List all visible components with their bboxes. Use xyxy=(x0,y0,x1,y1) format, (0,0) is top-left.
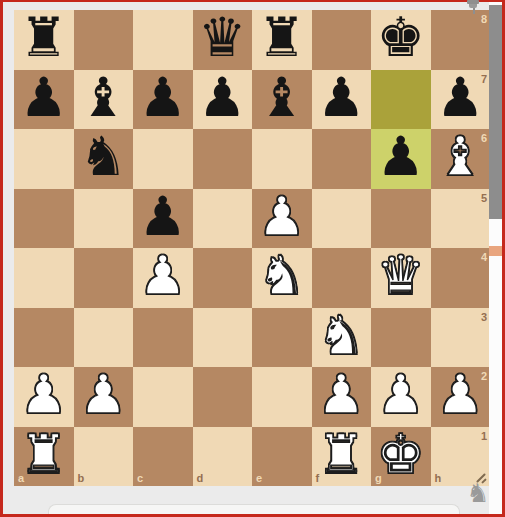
black-knight-b6[interactable]: ♞ xyxy=(79,127,127,187)
square-d5[interactable] xyxy=(193,189,253,249)
square-b6[interactable]: ♞ xyxy=(74,129,134,189)
white-rook-a1[interactable]: ♜ xyxy=(20,425,68,485)
square-c4[interactable]: ♟ xyxy=(133,248,193,308)
square-a6[interactable] xyxy=(14,129,74,189)
white-pawn-g2[interactable]: ♟ xyxy=(377,365,425,425)
file-label-h: h xyxy=(435,472,442,484)
chess-board[interactable]: ♜♛♜♚♟♝♟♟♝♟♟♞♟♝♟♟♟♞♛♞♟♟♟♟♟♜♜♚abcdefgh8765… xyxy=(14,10,490,486)
file-label-e: e xyxy=(256,472,262,484)
square-f8[interactable] xyxy=(312,10,372,70)
black-pawn-c7[interactable]: ♟ xyxy=(139,68,187,128)
white-king-g1[interactable]: ♚ xyxy=(377,425,425,485)
file-label-a: a xyxy=(18,472,24,484)
square-g7[interactable] xyxy=(371,70,431,130)
file-label-c: c xyxy=(137,472,143,484)
square-g5[interactable] xyxy=(371,189,431,249)
rank-label-1: 1 xyxy=(481,430,487,442)
file-label-d: d xyxy=(197,472,204,484)
square-a4[interactable] xyxy=(14,248,74,308)
pushpin-icon[interactable] xyxy=(464,0,482,14)
black-pawn-h7[interactable]: ♟ xyxy=(436,68,484,128)
black-pawn-a7[interactable]: ♟ xyxy=(20,68,68,128)
white-pawn-h2[interactable]: ♟ xyxy=(436,365,484,425)
square-g3[interactable] xyxy=(371,308,431,368)
black-queen-d8[interactable]: ♛ xyxy=(198,8,246,68)
rank-label-3: 3 xyxy=(481,311,487,323)
square-c8[interactable] xyxy=(133,10,193,70)
square-b8[interactable] xyxy=(74,10,134,70)
black-rook-a8[interactable]: ♜ xyxy=(20,8,68,68)
square-c3[interactable] xyxy=(133,308,193,368)
black-rook-e8[interactable]: ♜ xyxy=(258,8,306,68)
square-g6[interactable]: ♟ xyxy=(371,129,431,189)
scrollbar-marker xyxy=(489,246,502,256)
capture-border-left xyxy=(0,0,3,517)
scrollbar-thumb[interactable] xyxy=(489,5,502,219)
square-f4[interactable] xyxy=(312,248,372,308)
rank-label-4: 4 xyxy=(481,251,487,263)
white-rook-f1[interactable]: ♜ xyxy=(317,425,365,485)
capture-border-top xyxy=(0,0,505,2)
black-pawn-f7[interactable]: ♟ xyxy=(317,68,365,128)
file-label-b: b xyxy=(78,472,85,484)
white-queen-g4[interactable]: ♛ xyxy=(377,246,425,306)
white-pawn-a2[interactable]: ♟ xyxy=(20,365,68,425)
square-g4[interactable]: ♛ xyxy=(371,248,431,308)
square-b4[interactable] xyxy=(74,248,134,308)
square-a8[interactable]: ♜ xyxy=(14,10,74,70)
knight-cursor-icon: ♞ xyxy=(462,478,494,508)
square-b7[interactable]: ♝ xyxy=(74,70,134,130)
white-pawn-e5[interactable]: ♟ xyxy=(258,187,306,247)
square-a7[interactable]: ♟ xyxy=(14,70,74,130)
square-e2[interactable] xyxy=(252,367,312,427)
square-f3[interactable]: ♞ xyxy=(312,308,372,368)
square-b3[interactable] xyxy=(74,308,134,368)
square-d8[interactable]: ♛ xyxy=(193,10,253,70)
square-e3[interactable] xyxy=(252,308,312,368)
square-f5[interactable] xyxy=(312,189,372,249)
rank-label-8: 8 xyxy=(481,13,487,25)
black-pawn-g6[interactable]: ♟ xyxy=(377,127,425,187)
square-f2[interactable]: ♟ xyxy=(312,367,372,427)
square-e6[interactable] xyxy=(252,129,312,189)
file-label-f: f xyxy=(316,472,320,484)
square-g8[interactable]: ♚ xyxy=(371,10,431,70)
white-pawn-b2[interactable]: ♟ xyxy=(79,365,127,425)
white-pawn-f2[interactable]: ♟ xyxy=(317,365,365,425)
rank-label-7: 7 xyxy=(481,73,487,85)
square-b5[interactable] xyxy=(74,189,134,249)
black-pawn-c5[interactable]: ♟ xyxy=(139,187,187,247)
square-c5[interactable]: ♟ xyxy=(133,189,193,249)
rank-label-6: 6 xyxy=(481,132,487,144)
square-e7[interactable]: ♝ xyxy=(252,70,312,130)
white-knight-e4[interactable]: ♞ xyxy=(258,246,306,306)
square-c7[interactable]: ♟ xyxy=(133,70,193,130)
square-d6[interactable] xyxy=(193,129,253,189)
white-pawn-c4[interactable]: ♟ xyxy=(139,246,187,306)
rank-label-5: 5 xyxy=(481,192,487,204)
square-a5[interactable] xyxy=(14,189,74,249)
square-e4[interactable]: ♞ xyxy=(252,248,312,308)
black-king-g8[interactable]: ♚ xyxy=(377,8,425,68)
square-f1[interactable]: ♜ xyxy=(312,427,372,487)
square-b2[interactable]: ♟ xyxy=(74,367,134,427)
square-e8[interactable]: ♜ xyxy=(252,10,312,70)
scrollbar-track[interactable] xyxy=(489,2,502,514)
black-pawn-d7[interactable]: ♟ xyxy=(198,68,246,128)
file-label-g: g xyxy=(375,472,382,484)
black-bishop-b7[interactable]: ♝ xyxy=(79,68,127,128)
square-d7[interactable]: ♟ xyxy=(193,70,253,130)
square-a2[interactable]: ♟ xyxy=(14,367,74,427)
white-bishop-h6[interactable]: ♝ xyxy=(436,127,484,187)
square-c2[interactable] xyxy=(133,367,193,427)
square-f7[interactable]: ♟ xyxy=(312,70,372,130)
pushpin-needle xyxy=(473,8,475,14)
square-d4[interactable] xyxy=(193,248,253,308)
rank-label-2: 2 xyxy=(481,370,487,382)
black-bishop-e7[interactable]: ♝ xyxy=(258,68,306,128)
square-d3[interactable] xyxy=(193,308,253,368)
square-g2[interactable]: ♟ xyxy=(371,367,431,427)
square-d2[interactable] xyxy=(193,367,253,427)
white-knight-f3[interactable]: ♞ xyxy=(317,306,365,366)
square-c6[interactable] xyxy=(133,129,193,189)
square-e5[interactable]: ♟ xyxy=(252,189,312,249)
page: ♜♛♜♚♟♝♟♟♝♟♟♞♟♝♟♟♟♞♛♞♟♟♟♟♟♜♜♚abcdefgh8765… xyxy=(0,0,505,517)
square-a3[interactable] xyxy=(14,308,74,368)
square-f6[interactable] xyxy=(312,129,372,189)
